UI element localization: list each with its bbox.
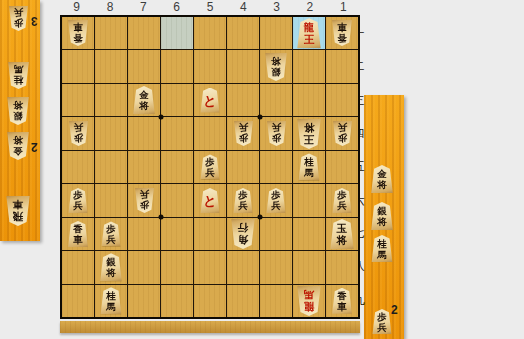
file-label: 3 [260, 0, 293, 15]
square-6-6[interactable] [161, 184, 193, 216]
piece-kanji: 兵 [139, 189, 149, 200]
piece-kanji: 歩 [271, 134, 281, 145]
piece-lance[interactable]: 香車 [67, 221, 89, 247]
piece-kanji: 行 [238, 222, 249, 234]
square-5-8[interactable] [194, 251, 226, 283]
piece-kanji: 将 [377, 179, 387, 190]
piece-kanji: 歩 [73, 189, 83, 200]
piece-lance[interactable]: 香車 [331, 288, 353, 314]
piece-kanji: 金 [13, 146, 23, 157]
square-2-9[interactable]: 龍馬 [293, 285, 325, 317]
square-7-8[interactable] [128, 251, 160, 283]
square-1-6[interactable]: 歩兵 [326, 184, 358, 216]
square-7-4[interactable] [128, 117, 160, 149]
square-6-1[interactable] [161, 17, 193, 49]
board-grid: 香車龍王香車銀将金将と歩兵歩兵歩兵王将歩兵歩兵桂馬歩兵歩兵と歩兵歩兵歩兵香車歩兵… [60, 15, 360, 319]
square-8-5[interactable] [95, 151, 127, 183]
piece-kanji: 兵 [13, 8, 23, 19]
piece-kanji: 将 [13, 135, 23, 146]
piece-pawn[interactable]: 歩兵 [134, 188, 155, 213]
piece-kanji: 馬 [304, 289, 315, 301]
square-5-6[interactable]: と [194, 184, 226, 216]
piece-kanji: 桂 [106, 290, 116, 301]
piece-silver[interactable]: 銀将 [370, 202, 394, 230]
piece-knight[interactable]: 桂馬 [298, 153, 321, 180]
square-4-3[interactable] [227, 84, 259, 116]
piece-kanji: 歩 [337, 134, 347, 145]
piece-kanji: 兵 [238, 123, 248, 134]
piece-kanji: 歩 [139, 200, 149, 211]
square-3-5[interactable] [260, 151, 292, 183]
square-8-6[interactable] [95, 184, 127, 216]
square-9-8[interactable] [62, 251, 94, 283]
piece-dragon[interactable]: 龍王 [296, 18, 322, 48]
piece-kanji: 将 [106, 267, 116, 278]
piece-kanji: 歩 [106, 223, 116, 234]
piece-kanji: 金 [377, 168, 387, 179]
square-1-2[interactable] [326, 50, 358, 82]
square-7-2[interactable] [128, 50, 160, 82]
square-3-8[interactable] [260, 251, 292, 283]
piece-kanji: と [203, 93, 216, 107]
piece-kanji: 将 [13, 100, 23, 111]
piece-kanji: 車 [337, 22, 347, 33]
piece-kanji: 銀 [377, 205, 387, 216]
piece-kanji: 香 [337, 290, 347, 301]
piece-kanji: 歩 [73, 134, 83, 145]
shogi-app: 歩兵3桂馬銀将金将2飛車 金将銀将桂馬歩兵2 987654321 一二三四五六七… [0, 0, 524, 339]
file-label: 9 [60, 0, 93, 15]
square-1-8[interactable] [326, 251, 358, 283]
square-3-1[interactable] [260, 17, 292, 49]
piece-kanji: 玉 [337, 222, 348, 234]
piece-king[interactable]: 王将 [296, 119, 322, 149]
piece-kanji: 兵 [73, 123, 83, 134]
square-1-7[interactable]: 玉将 [326, 218, 358, 250]
piece-pawn[interactable]: 歩兵 [101, 221, 122, 246]
square-8-8[interactable]: 銀将 [95, 251, 127, 283]
piece-gold[interactable]: 金将 [370, 165, 394, 193]
piece-knight[interactable]: 桂馬 [7, 62, 30, 89]
piece-kanji: 龍 [304, 301, 315, 313]
square-2-1[interactable]: 龍王 [293, 17, 325, 49]
piece-kanji: 兵 [271, 123, 281, 134]
piece-kanji: 桂 [304, 156, 314, 167]
square-5-2[interactable] [194, 50, 226, 82]
square-7-1[interactable] [128, 17, 160, 49]
square-2-2[interactable] [293, 50, 325, 82]
file-label: 2 [293, 0, 326, 15]
star-point [158, 215, 163, 220]
piece-kanji: 車 [337, 301, 347, 312]
square-7-7[interactable] [128, 218, 160, 250]
piece-kanji: 馬 [304, 167, 314, 178]
piece-knight[interactable]: 桂馬 [100, 287, 123, 314]
piece-gold[interactable]: 金将 [132, 86, 156, 114]
square-9-6[interactable]: 歩兵 [62, 184, 94, 216]
square-4-1[interactable] [227, 17, 259, 49]
piece-kanji: と [203, 193, 216, 207]
piece-kanji: 桂 [377, 238, 387, 249]
square-7-5[interactable] [128, 151, 160, 183]
piece-kanji: 車 [73, 234, 83, 245]
square-3-3[interactable] [260, 84, 292, 116]
square-9-1[interactable]: 香車 [62, 17, 94, 49]
square-9-5[interactable] [62, 151, 94, 183]
square-9-7[interactable]: 香車 [62, 218, 94, 250]
piece-kanji: 歩 [205, 156, 215, 167]
piece-tokin[interactable]: と [200, 188, 221, 213]
square-5-7[interactable] [194, 218, 226, 250]
piece-pawn[interactable]: 歩兵 [372, 309, 393, 334]
piece-gold[interactable]: 金将 [6, 132, 30, 160]
square-9-2[interactable] [62, 50, 94, 82]
piece-silver[interactable]: 銀将 [264, 53, 288, 81]
square-3-2[interactable]: 銀将 [260, 50, 292, 82]
square-2-5[interactable]: 桂馬 [293, 151, 325, 183]
square-6-9[interactable] [161, 285, 193, 317]
piece-kanji: 車 [13, 199, 24, 211]
file-coordinates: 987654321 [60, 0, 360, 15]
square-1-4[interactable]: 歩兵 [326, 117, 358, 149]
piece-pawn[interactable]: 歩兵 [68, 121, 89, 146]
square-8-7[interactable]: 歩兵 [95, 218, 127, 250]
piece-kanji: 兵 [271, 200, 281, 211]
piece-bishop[interactable]: 角行 [230, 219, 256, 249]
square-2-3[interactable] [293, 84, 325, 116]
piece-pawn[interactable]: 歩兵 [233, 188, 254, 213]
square-4-7[interactable]: 角行 [227, 218, 259, 250]
piece-kanji: 歩 [238, 134, 248, 145]
piece-kanji: 兵 [205, 167, 215, 178]
board-apron [60, 321, 360, 333]
piece-pawn[interactable]: 歩兵 [332, 121, 353, 146]
piece-horse[interactable]: 龍馬 [296, 286, 322, 316]
file-label: 4 [227, 0, 260, 15]
square-9-4[interactable]: 歩兵 [62, 117, 94, 149]
piece-king[interactable]: 玉将 [329, 219, 355, 249]
square-1-5[interactable] [326, 151, 358, 183]
square-8-9[interactable]: 桂馬 [95, 285, 127, 317]
square-6-2[interactable] [161, 50, 193, 82]
piece-kanji: 兵 [337, 200, 347, 211]
square-1-9[interactable]: 香車 [326, 285, 358, 317]
file-label: 7 [127, 0, 160, 15]
square-4-6[interactable]: 歩兵 [227, 184, 259, 216]
piece-kanji: 将 [377, 216, 387, 227]
piece-kanji: 角 [238, 234, 249, 246]
piece-kanji: 歩 [271, 189, 281, 200]
piece-pawn[interactable]: 歩兵 [332, 188, 353, 213]
square-2-6[interactable] [293, 184, 325, 216]
piece-rook[interactable]: 飛車 [5, 196, 31, 226]
sente-hand-stand: 金将銀将桂馬歩兵2 [364, 95, 404, 339]
piece-kanji: 香 [337, 33, 347, 44]
piece-kanji: 龍 [304, 21, 315, 33]
piece-pawn[interactable]: 歩兵 [266, 121, 287, 146]
square-4-8[interactable] [227, 251, 259, 283]
square-3-7[interactable] [260, 218, 292, 250]
hand-count: 3 [31, 14, 38, 28]
star-point [158, 115, 163, 120]
square-7-3[interactable]: 金将 [128, 84, 160, 116]
square-6-3[interactable] [161, 84, 193, 116]
piece-kanji: 飛 [13, 211, 24, 223]
piece-kanji: 馬 [13, 65, 23, 76]
square-8-3[interactable] [95, 84, 127, 116]
piece-pawn[interactable]: 歩兵 [200, 154, 221, 179]
square-5-4[interactable] [194, 117, 226, 149]
square-2-4[interactable]: 王将 [293, 117, 325, 149]
square-6-4[interactable] [161, 117, 193, 149]
star-point [257, 215, 262, 220]
file-label: 5 [193, 0, 226, 15]
square-3-6[interactable]: 歩兵 [260, 184, 292, 216]
piece-pawn[interactable]: 歩兵 [68, 188, 89, 213]
piece-kanji: 将 [139, 100, 149, 111]
piece-lance[interactable]: 香車 [331, 20, 353, 46]
square-9-3[interactable] [62, 84, 94, 116]
piece-kanji: 車 [73, 22, 83, 33]
square-8-1[interactable] [95, 17, 127, 49]
square-3-4[interactable]: 歩兵 [260, 117, 292, 149]
hand-count: 2 [31, 140, 38, 154]
file-label: 8 [93, 0, 126, 15]
piece-kanji: 馬 [106, 301, 116, 312]
piece-tokin[interactable]: と [200, 88, 221, 113]
square-4-9[interactable] [227, 285, 259, 317]
piece-silver[interactable]: 銀将 [99, 253, 123, 281]
square-4-4[interactable]: 歩兵 [227, 117, 259, 149]
piece-kanji: 銀 [271, 67, 281, 78]
piece-kanji: 歩 [337, 189, 347, 200]
piece-pawn[interactable]: 歩兵 [266, 188, 287, 213]
piece-kanji: 金 [139, 89, 149, 100]
square-3-9[interactable] [260, 285, 292, 317]
piece-lance[interactable]: 香車 [67, 20, 89, 46]
star-point [257, 115, 262, 120]
square-4-5[interactable] [227, 151, 259, 183]
file-label: 1 [327, 0, 360, 15]
square-5-5[interactable]: 歩兵 [194, 151, 226, 183]
piece-kanji: 王 [304, 33, 315, 45]
square-7-9[interactable] [128, 285, 160, 317]
piece-kanji: 将 [271, 56, 281, 67]
square-5-9[interactable] [194, 285, 226, 317]
piece-pawn[interactable]: 歩兵 [233, 121, 254, 146]
piece-kanji: 香 [73, 33, 83, 44]
piece-kanji: 馬 [377, 249, 387, 260]
square-6-5[interactable] [161, 151, 193, 183]
piece-kanji: 歩 [377, 311, 387, 322]
square-4-2[interactable] [227, 50, 259, 82]
piece-kanji: 銀 [13, 111, 23, 122]
piece-kanji: 兵 [377, 322, 387, 333]
square-2-8[interactable] [293, 251, 325, 283]
piece-kanji: 兵 [106, 234, 116, 245]
square-7-6[interactable]: 歩兵 [128, 184, 160, 216]
piece-kanji: 香 [73, 223, 83, 234]
hand-count: 2 [391, 303, 398, 317]
square-8-4[interactable] [95, 117, 127, 149]
square-5-3[interactable]: と [194, 84, 226, 116]
piece-knight[interactable]: 桂馬 [371, 235, 394, 262]
piece-kanji: 桂 [13, 76, 23, 87]
piece-kanji: 銀 [106, 256, 116, 267]
piece-kanji: 将 [337, 234, 348, 246]
piece-kanji: 兵 [73, 200, 83, 211]
square-6-8[interactable] [161, 251, 193, 283]
square-8-2[interactable] [95, 50, 127, 82]
gote-hand-stand: 歩兵3桂馬銀将金将2飛車 [0, 0, 40, 241]
piece-kanji: 兵 [337, 123, 347, 134]
square-1-1[interactable]: 香車 [326, 17, 358, 49]
piece-kanji: 将 [304, 122, 315, 134]
piece-silver[interactable]: 銀将 [6, 97, 30, 125]
file-label: 6 [160, 0, 193, 15]
square-6-7[interactable] [161, 218, 193, 250]
piece-kanji: 兵 [238, 200, 248, 211]
piece-kanji: 歩 [238, 189, 248, 200]
square-5-1[interactable] [194, 17, 226, 49]
square-9-9[interactable] [62, 285, 94, 317]
square-1-3[interactable] [326, 84, 358, 116]
piece-kanji: 王 [304, 134, 315, 146]
square-2-7[interactable] [293, 218, 325, 250]
piece-pawn[interactable]: 歩兵 [8, 6, 29, 31]
shogi-board: 香車龍王香車銀将金将と歩兵歩兵歩兵王将歩兵歩兵桂馬歩兵歩兵と歩兵歩兵歩兵香車歩兵… [60, 15, 360, 319]
piece-kanji: 歩 [13, 19, 23, 30]
